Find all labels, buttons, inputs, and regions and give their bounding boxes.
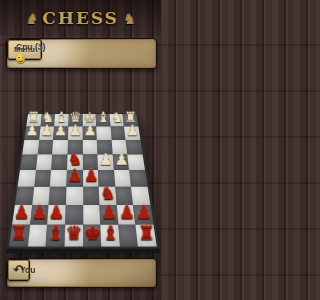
board-square[interactable] (82, 140, 97, 154)
cream-piece-p[interactable]: ♟ (82, 122, 96, 140)
board-square[interactable]: ♟ (24, 127, 40, 140)
board-square[interactable] (27, 225, 47, 247)
board-square[interactable] (52, 140, 68, 154)
cream-piece-b[interactable]: ♝ (96, 109, 110, 127)
cream-piece-p[interactable]: ♟ (98, 150, 114, 170)
chess-board-scene: ♜♞♝♛♚♝♞♜♟♟♟♟♟♟♞♟♟♟♟♞♟♟♟♟♟♟♜♝♛♚♝♜ (18, 84, 143, 252)
red-piece-p[interactable]: ♟ (100, 202, 118, 225)
board-square[interactable] (37, 140, 53, 154)
smiley-face-icon (16, 54, 25, 63)
red-piece-b[interactable]: ♝ (101, 222, 119, 246)
board-square[interactable]: ♟ (117, 205, 136, 225)
board-square[interactable]: ♟ (39, 127, 54, 140)
board-square[interactable]: ♝ (46, 225, 65, 247)
board-square[interactable] (96, 127, 111, 140)
board-square[interactable]: ♟ (68, 127, 83, 140)
board-square[interactable]: ♝ (96, 114, 111, 127)
red-piece-k[interactable]: ♚ (83, 222, 101, 246)
cream-piece-p[interactable]: ♟ (25, 122, 40, 140)
app-title: CHESS (42, 8, 119, 28)
red-piece-r[interactable]: ♜ (138, 222, 157, 246)
board-square[interactable] (128, 154, 145, 170)
board-square[interactable]: ♟ (53, 127, 68, 140)
red-piece-p[interactable]: ♟ (66, 166, 82, 187)
board-square[interactable]: ♟ (82, 127, 97, 140)
board-square[interactable] (18, 170, 36, 187)
red-piece-p[interactable]: ♟ (13, 202, 31, 225)
opponent-label: Cpu (3) (16, 42, 45, 52)
board-square[interactable]: ♟ (124, 127, 140, 140)
board-square[interactable]: ♞ (109, 114, 124, 127)
knight-icon-right: ♞ (123, 11, 136, 26)
player-label: You (20, 265, 35, 275)
board-square[interactable]: ♜ (136, 225, 157, 247)
board-square[interactable]: ♟ (97, 154, 113, 170)
board-square[interactable] (110, 127, 126, 140)
red-piece-r[interactable]: ♜ (9, 222, 28, 246)
knight-icon-left: ♞ (25, 11, 38, 26)
red-piece-q[interactable]: ♛ (64, 222, 82, 246)
board-square[interactable] (129, 170, 147, 187)
board-square[interactable]: ♜ (9, 225, 30, 247)
red-piece-p[interactable]: ♟ (48, 202, 66, 225)
board-square[interactable] (83, 187, 100, 205)
board-square[interactable] (22, 140, 39, 154)
cream-piece-p[interactable]: ♟ (39, 122, 54, 140)
cream-piece-p[interactable]: ♟ (53, 122, 67, 140)
cream-piece-n[interactable]: ♞ (110, 109, 124, 127)
board-square[interactable]: ♟ (83, 170, 99, 187)
board-square[interactable]: ♟ (66, 170, 82, 187)
red-piece-p[interactable]: ♟ (118, 202, 136, 225)
app-header: ♞ CHESS ♞ (0, 6, 161, 30)
player-bar: You ↶ (6, 258, 157, 288)
chess-board[interactable]: ♜♞♝♛♚♝♞♜♟♟♟♟♟♟♞♟♟♟♟♞♟♟♟♟♟♟♜♝♛♚♝♜ (6, 113, 159, 249)
red-piece-p[interactable]: ♟ (83, 166, 99, 187)
board-square[interactable] (50, 170, 67, 187)
board-square[interactable]: ♚ (83, 225, 102, 247)
board-square[interactable]: ♝ (100, 225, 119, 247)
board-square[interactable] (34, 170, 51, 187)
cream-piece-p[interactable]: ♟ (68, 122, 82, 140)
board-square[interactable]: ♟ (113, 154, 130, 170)
board-square[interactable] (66, 187, 83, 205)
red-piece-p[interactable]: ♟ (135, 202, 153, 225)
red-piece-p[interactable]: ♟ (30, 202, 48, 225)
board-square[interactable] (20, 154, 37, 170)
cream-piece-p[interactable]: ♟ (125, 122, 140, 140)
board-square[interactable] (51, 154, 67, 170)
board-square[interactable] (114, 170, 132, 187)
board-square[interactable]: ♛ (64, 225, 82, 247)
opponent-bar: Cpu (3) Menu (6, 38, 157, 69)
board-square[interactable] (36, 154, 53, 170)
red-piece-b[interactable]: ♝ (46, 222, 64, 246)
cream-piece-p[interactable]: ♟ (113, 150, 129, 170)
